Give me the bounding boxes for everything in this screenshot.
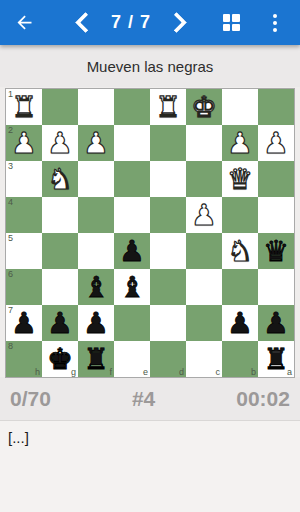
square-g8[interactable]: g♚ [42, 341, 78, 377]
square-e7[interactable] [114, 305, 150, 341]
move-list-placeholder: [...] [8, 429, 29, 446]
overflow-menu-button[interactable] [258, 0, 292, 45]
square-d7[interactable] [150, 305, 186, 341]
square-c2[interactable] [186, 125, 222, 161]
file-label-c: c [216, 367, 221, 377]
file-label-e: e [143, 367, 148, 377]
square-e6[interactable]: ♝ [114, 269, 150, 305]
rank-label-6: 6 [8, 269, 13, 279]
square-d3[interactable] [150, 161, 186, 197]
square-a7[interactable]: ♟ [258, 305, 294, 341]
square-f3[interactable] [78, 161, 114, 197]
square-c4[interactable]: ♟ [186, 197, 222, 233]
square-e5[interactable]: ♟ [114, 233, 150, 269]
square-d8[interactable]: d [150, 341, 186, 377]
piece-wP-c4: ♟ [186, 197, 222, 233]
puzzle-number: #4 [132, 387, 155, 411]
square-f5[interactable] [78, 233, 114, 269]
square-c5[interactable] [186, 233, 222, 269]
square-c3[interactable] [186, 161, 222, 197]
moves-panel[interactable]: [...] [0, 421, 300, 511]
square-f2[interactable]: ♟ [78, 125, 114, 161]
square-e8[interactable]: e [114, 341, 150, 377]
piece-bP-g7: ♟ [42, 305, 78, 341]
rank-label-4: 4 [8, 197, 13, 207]
rank-label-3: 3 [8, 161, 13, 171]
square-f1[interactable] [78, 89, 114, 125]
piece-wN-b5: ♞ [222, 233, 258, 269]
turn-status-text: Mueven las negras [87, 58, 214, 75]
chevron-left-icon [75, 12, 96, 33]
piece-bP-a7: ♟ [258, 305, 294, 341]
piece-bR-a8: ♜ [258, 341, 294, 377]
piece-wP-b2: ♟ [222, 125, 258, 161]
piece-bP-f7: ♟ [78, 305, 114, 341]
square-h4[interactable]: 4 [6, 197, 42, 233]
square-e2[interactable] [114, 125, 150, 161]
piece-wR-d1: ♜ [150, 89, 186, 125]
chevron-right-icon [166, 12, 187, 33]
piece-bP-h7: ♟ [6, 305, 42, 341]
puzzle-list-button[interactable] [214, 0, 248, 45]
square-g1[interactable] [42, 89, 78, 125]
board-area: 1♜♜♚2♟♟♟♟♟3♞♛4♟5♟♞♛6♝♝7♟♟♟♟♟8hg♚f♜edcba♜ [0, 87, 300, 377]
square-b3[interactable]: ♛ [222, 161, 258, 197]
square-d6[interactable] [150, 269, 186, 305]
square-b6[interactable] [222, 269, 258, 305]
app-bar: 7 / 7 [0, 0, 300, 45]
square-b2[interactable]: ♟ [222, 125, 258, 161]
square-h3[interactable]: 3 [6, 161, 42, 197]
square-h5[interactable]: 5 [6, 233, 42, 269]
square-b7[interactable]: ♟ [222, 305, 258, 341]
square-e4[interactable] [114, 197, 150, 233]
puzzle-pager: 7 / 7 [48, 12, 214, 33]
piece-wQ-b3: ♛ [222, 161, 258, 197]
rank-label-8: 8 [8, 341, 13, 351]
square-g2[interactable]: ♟ [42, 125, 78, 161]
chess-board: 1♜♜♚2♟♟♟♟♟3♞♛4♟5♟♞♛6♝♝7♟♟♟♟♟8hg♚f♜edcba♜ [5, 88, 295, 378]
square-b8[interactable]: b [222, 341, 258, 377]
square-d4[interactable] [150, 197, 186, 233]
square-h1[interactable]: 1♜ [6, 89, 42, 125]
file-label-b: b [251, 367, 256, 377]
square-b1[interactable] [222, 89, 258, 125]
square-e3[interactable] [114, 161, 150, 197]
prev-puzzle-button[interactable] [78, 15, 97, 30]
square-f6[interactable]: ♝ [78, 269, 114, 305]
square-g3[interactable]: ♞ [42, 161, 78, 197]
square-h7[interactable]: 7♟ [6, 305, 42, 341]
back-arrow-icon [14, 12, 35, 33]
piece-wN-g3: ♞ [42, 161, 78, 197]
piece-wP-a2: ♟ [258, 125, 294, 161]
file-label-d: d [179, 367, 184, 377]
piece-bK-g8: ♚ [42, 341, 78, 377]
piece-wK-c1: ♚ [186, 89, 222, 125]
square-b5[interactable]: ♞ [222, 233, 258, 269]
square-b4[interactable] [222, 197, 258, 233]
square-d2[interactable] [150, 125, 186, 161]
piece-bP-e5: ♟ [114, 233, 150, 269]
piece-wR-h1: ♜ [6, 89, 42, 125]
piece-bR-f8: ♜ [78, 341, 114, 377]
piece-wP-f2: ♟ [78, 125, 114, 161]
square-f4[interactable] [78, 197, 114, 233]
square-a4[interactable] [258, 197, 294, 233]
square-h6[interactable]: 6 [6, 269, 42, 305]
square-h2[interactable]: 2♟ [6, 125, 42, 161]
square-d5[interactable] [150, 233, 186, 269]
square-f8[interactable]: f♜ [78, 341, 114, 377]
square-e1[interactable] [114, 89, 150, 125]
three-dots-icon [273, 14, 277, 32]
square-c8[interactable]: c [186, 341, 222, 377]
piece-bB-e6: ♝ [114, 269, 150, 305]
piece-wP-h2: ♟ [6, 125, 42, 161]
next-puzzle-button[interactable] [165, 15, 184, 30]
square-h8[interactable]: 8h [6, 341, 42, 377]
square-a5[interactable]: ♛ [258, 233, 294, 269]
turn-status-bar: Mueven las negras [0, 45, 300, 87]
square-c1[interactable]: ♚ [186, 89, 222, 125]
square-d1[interactable]: ♜ [150, 89, 186, 125]
square-a1[interactable] [258, 89, 294, 125]
square-g5[interactable] [42, 233, 78, 269]
file-label-h: h [35, 367, 40, 377]
timer: 00:02 [236, 387, 290, 411]
square-g6[interactable] [42, 269, 78, 305]
piece-bP-b7: ♟ [222, 305, 258, 341]
score-counter: 0/70 [10, 387, 51, 411]
piece-wP-g2: ♟ [42, 125, 78, 161]
square-c7[interactable] [186, 305, 222, 341]
grid-icon [223, 14, 240, 31]
piece-bB-f6: ♝ [78, 269, 114, 305]
square-a2[interactable]: ♟ [258, 125, 294, 161]
square-g4[interactable] [42, 197, 78, 233]
square-f7[interactable]: ♟ [78, 305, 114, 341]
square-a6[interactable] [258, 269, 294, 305]
rank-label-5: 5 [8, 233, 13, 243]
square-c6[interactable] [186, 269, 222, 305]
bottom-info-bar: 0/70 #4 00:02 [0, 377, 300, 420]
square-a8[interactable]: a♜ [258, 341, 294, 377]
square-a3[interactable] [258, 161, 294, 197]
back-button[interactable] [0, 0, 48, 45]
puzzle-counter: 7 / 7 [111, 12, 151, 33]
app-bar-actions [214, 0, 300, 45]
square-g7[interactable]: ♟ [42, 305, 78, 341]
piece-bQ-a5: ♛ [258, 233, 294, 269]
